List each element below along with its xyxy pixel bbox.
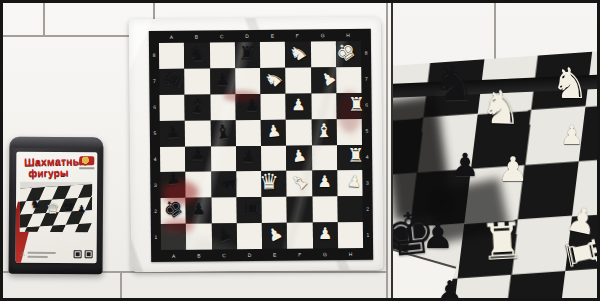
board-corner <box>363 248 373 260</box>
black-queen: ♛ <box>160 66 189 94</box>
closeup-white-knight: ♞ <box>551 63 589 105</box>
closeup-white-pawn: ♟ <box>560 122 583 148</box>
white-queen-icon: ♛ <box>46 202 60 217</box>
box-label: Шахматные фигуры ♞♛♚♟ ⚠ <box>16 152 98 264</box>
tile-grout-line <box>120 271 122 298</box>
board-play-area: ♞♜♛♟♝♟♟♝♟♟♟♞♚♟♜♟♞♚♞♟♟♜♟♝♟♜♛♝♟♟♟♟ <box>159 41 363 250</box>
file-label: C <box>220 34 224 39</box>
rank-label: 5 <box>365 129 368 134</box>
file-label: A <box>170 34 173 39</box>
file-label: E <box>273 252 276 257</box>
box-lid-rim <box>11 139 101 149</box>
rank-label: 6 <box>365 103 368 108</box>
white-knight: ♞ <box>260 66 285 92</box>
black-pawn: ♟ <box>215 225 234 245</box>
black-pawn: ♟ <box>215 72 230 88</box>
file-labels-bottom: ABCDEFGH <box>161 248 363 262</box>
black-knight-icon: ♞ <box>30 198 41 210</box>
rank-label: 4 <box>366 155 369 160</box>
file-label: F <box>298 252 301 257</box>
fine-print-bar <box>28 256 48 258</box>
rank-label: 1 <box>367 232 370 237</box>
file-label: F <box>296 33 299 38</box>
black-bishop: ♝ <box>213 121 232 142</box>
file-label: G <box>321 33 325 38</box>
black-pawn: ♟ <box>165 170 181 187</box>
closeup-black-pawn: ♟ <box>451 149 480 181</box>
black-king-icon: ♚ <box>62 199 75 213</box>
label-photo: ♞♛♚♟ <box>20 182 92 233</box>
black-pawn: ♟ <box>241 149 256 166</box>
black-knight: ♞ <box>218 173 240 193</box>
white-pawn: ♟ <box>347 173 363 190</box>
fine-print-bar <box>28 252 56 254</box>
closeup-black-pawn: ♟ <box>422 218 454 254</box>
white-king: ♚ <box>332 38 361 67</box>
white-rook: ♜ <box>348 95 365 114</box>
closeup-white-knight: ♞ <box>480 84 523 131</box>
file-label: A <box>172 253 175 258</box>
white-pawn: ♟ <box>291 97 306 113</box>
white-pawn: ♟ <box>291 148 308 166</box>
pieces-layer: ♞♜♛♟♝♟♟♝♟♟♟♞♚♟♜♟♞♚♞♟♟♜♟♝♟♜♛♝♟♟♟♟ <box>159 41 363 250</box>
rank-label: 4 <box>154 157 157 162</box>
package-icon <box>74 250 82 258</box>
chessboard: ABCDEFGH 87654321 ♞♜♛♟♝♟♟♝♟♟♟♞♚♟♜♟♞♚♞♟♟♜… <box>149 29 373 262</box>
board-corner <box>151 250 161 262</box>
recycle-icon <box>85 250 93 258</box>
black-rook: ♜ <box>239 44 257 64</box>
rank-label: 3 <box>366 181 369 186</box>
white-pawn: ♟ <box>318 68 339 89</box>
tile-grout-line <box>386 3 388 298</box>
brand-text-bar <box>79 167 94 169</box>
black-pawn: ♟ <box>191 146 206 162</box>
black-pawn: ♟ <box>165 123 181 140</box>
closeup-black-knight: ♞ <box>432 58 477 107</box>
rank-label: 1 <box>155 235 158 240</box>
white-pawn: ♟ <box>317 174 332 190</box>
tile-grout-line <box>494 3 496 61</box>
file-label: D <box>245 34 249 39</box>
file-label: E <box>271 33 274 38</box>
white-queen: ♛ <box>259 171 279 193</box>
brand-logo-icon <box>79 156 94 165</box>
white-pawn: ♟ <box>318 226 333 242</box>
closeup-black-pawn: ♟ <box>437 277 464 298</box>
file-label: B <box>195 34 198 39</box>
black-rook: ♜ <box>243 200 262 218</box>
vinyl-board-sheet: ABCDEFGH 87654321 ♞♜♛♟♝♟♟♝♟♟♟♞♚♟♜♟♞♚♞♟♟♜… <box>129 17 384 273</box>
white-knight: ♞ <box>286 40 311 65</box>
black-bishop: ♝ <box>188 96 206 116</box>
black-pawn: ♟ <box>191 201 206 217</box>
file-label: D <box>248 253 252 258</box>
file-label: C <box>222 253 226 258</box>
rank-label: 5 <box>153 131 156 136</box>
rank-label: 7 <box>153 79 156 84</box>
white-pawn: ♟ <box>265 224 285 245</box>
white-pawn: ♟ <box>265 122 281 140</box>
warning-triangle-icon: ⚠ <box>20 251 25 257</box>
label-mini-pieces: ♞♛♚♟ <box>20 182 92 183</box>
white-bishop: ♝ <box>287 170 313 195</box>
file-label: G <box>323 252 327 257</box>
rank-label: 2 <box>366 207 369 212</box>
white-rook: ♜ <box>347 146 364 165</box>
board-corner <box>149 31 159 43</box>
board-corner <box>361 29 371 41</box>
rank-label: 3 <box>154 183 157 188</box>
closeup-photo: ♞♞♞♟♟♟♚♟♜♟♜♟ <box>391 3 600 298</box>
rank-label: 8 <box>365 51 368 56</box>
rank-label: 7 <box>365 77 368 82</box>
chess-pieces-box: Шахматные фигуры ♞♛♚♟ ⚠ <box>9 137 104 275</box>
rank-label: 6 <box>153 105 156 110</box>
black-king: ♚ <box>159 195 188 224</box>
file-label: B <box>197 253 200 258</box>
closeup-white-pawn: ♟ <box>498 152 528 186</box>
black-pawn-icon: ♟ <box>77 204 86 214</box>
file-label: H <box>349 251 353 256</box>
white-bishop: ♝ <box>315 121 332 140</box>
black-pawn: ♟ <box>244 97 259 113</box>
product-photo-scene: Шахматные фигуры ♞♛♚♟ ⚠ ABCDEFGH 876 <box>0 0 600 301</box>
black-knight: ♞ <box>188 44 207 64</box>
rank-label: 8 <box>153 53 156 58</box>
rank-label: 2 <box>154 209 157 214</box>
label-fine-print: ⚠ <box>20 250 94 261</box>
closeup-white-rook: ♜ <box>559 231 600 274</box>
closeup-white-rook: ♜ <box>478 216 525 268</box>
tile-grout-line <box>43 3 45 36</box>
